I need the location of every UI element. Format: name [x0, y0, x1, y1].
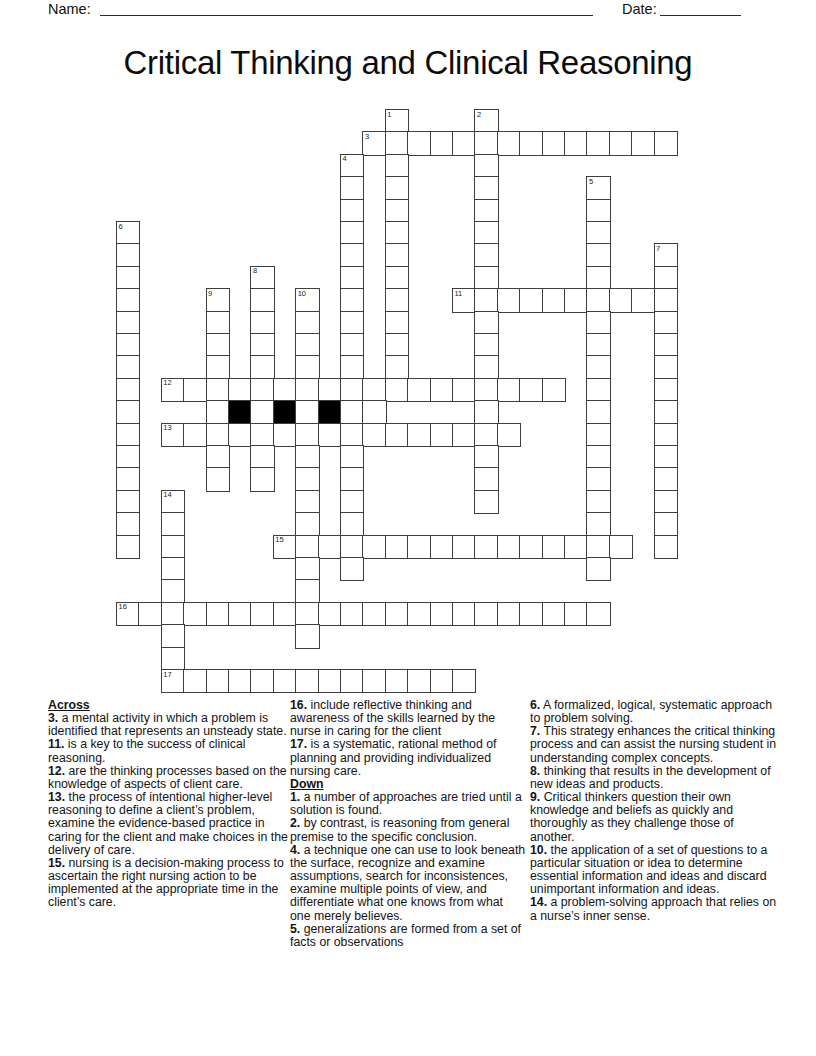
grid-cell-r22c17[interactable] [497, 602, 521, 626]
grid-cell-r1c16[interactable] [474, 131, 498, 155]
grid-cell-r17c8[interactable] [295, 490, 319, 514]
grid-cell-r0c16[interactable]: 2 [474, 109, 498, 133]
grid-cell-r17c10[interactable] [340, 490, 364, 514]
grid-cell-r7c16[interactable] [474, 266, 498, 290]
grid-cell-r8c16[interactable] [474, 288, 498, 312]
grid-cell-r18c8[interactable] [295, 512, 319, 536]
grid-cell-r12c4[interactable] [206, 378, 230, 402]
grid-cell-r1c15[interactable] [452, 131, 476, 155]
grid-cell-r19c21[interactable] [586, 535, 610, 559]
grid-cell-r16c21[interactable] [586, 467, 610, 491]
grid-cell-r1c18[interactable] [519, 131, 543, 155]
grid-cell-r15c6[interactable] [250, 445, 274, 469]
grid-cell-r5c16[interactable] [474, 221, 498, 245]
grid-cell-r14c8[interactable] [295, 423, 319, 447]
grid-cell-r10c0[interactable] [116, 333, 140, 357]
grid-cell-r15c21[interactable] [586, 445, 610, 469]
grid-cell-r1c24[interactable] [654, 131, 678, 155]
grid-cell-r10c21[interactable] [586, 333, 610, 357]
grid-cell-r10c10[interactable] [340, 333, 364, 357]
grid-cell-r14c16[interactable] [474, 423, 498, 447]
grid-cell-r12c2[interactable]: 12 [161, 378, 185, 402]
grid-cell-r11c6[interactable] [250, 355, 274, 379]
grid-cell-r22c16[interactable] [474, 602, 498, 626]
grid-cell-r8c6[interactable] [250, 288, 274, 312]
grid-cell-r12c10[interactable] [340, 378, 364, 402]
grid-cell-r12c3[interactable] [183, 378, 207, 402]
crossword-grid: 1234567891011121314151617 [117, 110, 678, 693]
grid-cell-r1c11[interactable]: 3 [362, 131, 386, 155]
grid-cell-r25c12[interactable] [385, 669, 409, 693]
clue-number-17: 17 [163, 671, 171, 679]
date-blank-line[interactable] [660, 1, 741, 16]
clue-number-14: 14 [163, 491, 171, 499]
grid-cell-r11c8[interactable] [295, 355, 319, 379]
clue-number-6: 6 [119, 223, 123, 231]
grid-cell-r16c8[interactable] [295, 467, 319, 491]
clue-number-3: 3 [365, 133, 369, 141]
grid-cell-r13c16[interactable] [474, 400, 498, 424]
grid-cell-r9c21[interactable] [586, 311, 610, 335]
grid-cell-r12c13[interactable] [407, 378, 431, 402]
clue-number-label-5: 5. [290, 922, 300, 936]
grid-cell-r7c21[interactable] [586, 266, 610, 290]
grid-cell-r14c15[interactable] [452, 423, 476, 447]
grid-cell-r9c24[interactable] [654, 311, 678, 335]
grid-cell-r8c10[interactable] [340, 288, 364, 312]
grid-cell-r4c16[interactable] [474, 199, 498, 223]
grid-cell-r8c19[interactable] [542, 288, 566, 312]
grid-cell-r0c12[interactable]: 1 [385, 109, 409, 133]
grid-cell-r14c21[interactable] [586, 423, 610, 447]
clue-number-label-4: 4. [290, 843, 300, 857]
grid-cell-r14c2[interactable]: 13 [161, 423, 185, 447]
clue-down-6: 6. A formalized, logical, systematic app… [530, 699, 778, 725]
grid-cell-r23c8[interactable] [295, 624, 319, 648]
grid-cell-r19c24[interactable] [654, 535, 678, 559]
grid-cell-r11c24[interactable] [654, 355, 678, 379]
grid-cell-r19c13[interactable] [407, 535, 431, 559]
grid-cell-r12c16[interactable] [474, 378, 498, 402]
grid-cell-r8c4[interactable]: 9 [206, 288, 230, 312]
clue-number-label-9: 9. [530, 790, 540, 804]
grid-cell-r9c16[interactable] [474, 311, 498, 335]
grid-cell-r11c0[interactable] [116, 355, 140, 379]
grid-cell-r19c14[interactable] [430, 535, 454, 559]
grid-cell-r25c6[interactable] [250, 669, 274, 693]
grid-cell-r16c16[interactable] [474, 467, 498, 491]
grid-cell-r10c4[interactable] [206, 333, 230, 357]
grid-cell-r22c13[interactable] [407, 602, 431, 626]
grid-cell-r14c10[interactable] [340, 423, 364, 447]
grid-cell-r8c24[interactable] [654, 288, 678, 312]
grid-cell-r12c9[interactable] [318, 378, 342, 402]
grid-cell-r25c8[interactable] [295, 669, 319, 693]
grid-cell-r22c4[interactable] [206, 602, 230, 626]
grid-cell-r20c10[interactable] [340, 557, 364, 581]
grid-cell-r22c5[interactable] [228, 602, 252, 626]
grid-cell-r1c21[interactable] [586, 131, 610, 155]
grid-cell-r5c0[interactable]: 6 [116, 221, 140, 245]
grid-cell-r14c4[interactable] [206, 423, 230, 447]
grid-cell-r22c7[interactable] [273, 602, 297, 626]
grid-cell-r7c12[interactable] [385, 266, 409, 290]
grid-cell-r8c18[interactable] [519, 288, 543, 312]
black-cell-r13c7 [273, 400, 297, 424]
grid-cell-r14c3[interactable] [183, 423, 207, 447]
grid-cell-r6c21[interactable] [586, 243, 610, 267]
grid-cell-r14c24[interactable] [654, 423, 678, 447]
grid-cell-r9c8[interactable] [295, 311, 319, 335]
grid-cell-r9c4[interactable] [206, 311, 230, 335]
grid-cell-r9c10[interactable] [340, 311, 364, 335]
grid-cell-r7c10[interactable] [340, 266, 364, 290]
grid-cell-r4c21[interactable] [586, 199, 610, 223]
clue-column-3: 6. A formalized, logical, systematic app… [530, 699, 778, 923]
grid-cell-r19c15[interactable] [452, 535, 476, 559]
grid-cell-r20c2[interactable] [161, 557, 185, 581]
grid-cell-r9c12[interactable] [385, 311, 409, 335]
grid-cell-r25c4[interactable] [206, 669, 230, 693]
grid-cell-r12c0[interactable] [116, 378, 140, 402]
grid-cell-r13c4[interactable] [206, 400, 230, 424]
clue-down-8: 8. thinking that results in the developm… [530, 765, 778, 791]
grid-cell-r16c0[interactable] [116, 467, 140, 491]
clue-number-label-13: 13. [48, 790, 65, 804]
grid-cell-r13c8[interactable] [295, 400, 319, 424]
grid-cell-r1c13[interactable] [407, 131, 431, 155]
grid-cell-r12c17[interactable] [497, 378, 521, 402]
grid-cell-r16c4[interactable] [206, 467, 230, 491]
grid-cell-r13c10[interactable] [340, 400, 364, 424]
grid-cell-r22c19[interactable] [542, 602, 566, 626]
grid-cell-r12c18[interactable] [519, 378, 543, 402]
grid-cell-r12c11[interactable] [362, 378, 386, 402]
grid-cell-r13c6[interactable] [250, 400, 274, 424]
name-blank-line[interactable] [100, 1, 593, 16]
grid-cell-r19c10[interactable] [340, 535, 364, 559]
clue-across-13: 13. the process of intentional higher-le… [48, 791, 288, 857]
worksheet-page: Name: Date: Critical Thinking and Clinic… [0, 0, 816, 1056]
grid-cell-r15c16[interactable] [474, 445, 498, 469]
grid-cell-r6c12[interactable] [385, 243, 409, 267]
grid-cell-r4c10[interactable] [340, 199, 364, 223]
clue-column-1: Across3. a mental activity in which a pr… [48, 699, 288, 910]
grid-cell-r1c12[interactable] [385, 131, 409, 155]
grid-cell-r19c9[interactable] [318, 535, 342, 559]
clue-across-15: 15. nursing is a decision-making process… [48, 857, 288, 910]
grid-cell-r14c14[interactable] [430, 423, 454, 447]
grid-cell-r18c24[interactable] [654, 512, 678, 536]
grid-cell-r1c17[interactable] [497, 131, 521, 155]
clue-down-4: 4. a technique one can use to look benea… [290, 844, 526, 923]
grid-cell-r9c6[interactable] [250, 311, 274, 335]
grid-cell-r2c12[interactable] [385, 154, 409, 178]
grid-cell-r11c12[interactable] [385, 355, 409, 379]
grid-cell-r14c6[interactable] [250, 423, 274, 447]
clue-across-16: 16. include reflective thinking and awar… [290, 699, 526, 738]
grid-cell-r10c16[interactable] [474, 333, 498, 357]
grid-cell-r6c16[interactable] [474, 243, 498, 267]
grid-cell-r1c23[interactable] [631, 131, 655, 155]
clue-down-10: 10. the application of a set of question… [530, 844, 778, 897]
clue-down-7: 7. This strategy enhances the critical t… [530, 725, 778, 764]
grid-cell-r22c3[interactable] [183, 602, 207, 626]
grid-cell-r25c7[interactable] [273, 669, 297, 693]
grid-cell-r13c24[interactable] [654, 400, 678, 424]
grid-cell-r17c2[interactable]: 14 [161, 490, 185, 514]
clue-across-3: 3. a mental activity in which a problem … [48, 712, 288, 738]
grid-cell-r23c2[interactable] [161, 624, 185, 648]
grid-cell-r3c21[interactable]: 5 [586, 176, 610, 200]
grid-cell-r14c5[interactable] [228, 423, 252, 447]
grid-cell-r19c17[interactable] [497, 535, 521, 559]
clue-down-5: 5. generalizations are formed from a set… [290, 923, 526, 949]
grid-cell-r22c8[interactable] [295, 602, 319, 626]
grid-cell-r19c11[interactable] [362, 535, 386, 559]
grid-cell-r16c10[interactable] [340, 467, 364, 491]
grid-cell-r18c0[interactable] [116, 512, 140, 536]
grid-cell-r25c10[interactable] [340, 669, 364, 693]
grid-cell-r5c10[interactable] [340, 221, 364, 245]
grid-cell-r19c16[interactable] [474, 535, 498, 559]
grid-cell-r25c2[interactable]: 17 [161, 669, 185, 693]
grid-cell-r25c3[interactable] [183, 669, 207, 693]
grid-cell-r17c16[interactable] [474, 490, 498, 514]
clue-number-9: 9 [208, 290, 212, 298]
grid-cell-r25c14[interactable] [430, 669, 454, 693]
grid-cell-r1c20[interactable] [564, 131, 588, 155]
clue-number-label-17: 17. [290, 737, 307, 751]
clue-down-9: 9. Critical thinkers question their own … [530, 791, 778, 844]
grid-cell-r2c10[interactable]: 4 [340, 154, 364, 178]
clue-number-7: 7 [656, 245, 660, 253]
puzzle-title: Critical Thinking and Clinical Reasoning [0, 44, 816, 82]
grid-cell-r10c6[interactable] [250, 333, 274, 357]
grid-cell-r25c5[interactable] [228, 669, 252, 693]
clue-number-1: 1 [387, 111, 391, 119]
grid-cell-r22c11[interactable] [362, 602, 386, 626]
clue-number-12: 12 [163, 379, 171, 387]
grid-cell-r22c12[interactable] [385, 602, 409, 626]
grid-cell-r12c7[interactable] [273, 378, 297, 402]
clue-number-4: 4 [343, 155, 347, 163]
clue-number-label-14: 14. [530, 895, 547, 909]
clue-number-label-1: 1. [290, 790, 300, 804]
grid-cell-r8c23[interactable] [631, 288, 655, 312]
clue-number-label-11: 11. [48, 737, 64, 751]
clue-across-12: 12. are the thinking processes based on … [48, 765, 288, 791]
grid-cell-r25c13[interactable] [407, 669, 431, 693]
grid-cell-r8c15[interactable]: 11 [452, 288, 476, 312]
grid-cell-r17c0[interactable] [116, 490, 140, 514]
grid-cell-r25c15[interactable] [452, 669, 476, 693]
grid-cell-r22c2[interactable] [161, 602, 185, 626]
clue-down-2: 2. by contrast, is reasoning from genera… [290, 817, 526, 843]
grid-cell-r20c8[interactable] [295, 557, 319, 581]
grid-cell-r8c21[interactable] [586, 288, 610, 312]
grid-cell-r7c0[interactable] [116, 266, 140, 290]
grid-cell-r10c8[interactable] [295, 333, 319, 357]
grid-cell-r15c0[interactable] [116, 445, 140, 469]
grid-cell-r7c6[interactable]: 8 [250, 266, 274, 290]
grid-cell-r12c6[interactable] [250, 378, 274, 402]
grid-cell-r22c18[interactable] [519, 602, 543, 626]
grid-cell-r22c9[interactable] [318, 602, 342, 626]
grid-cell-r1c14[interactable] [430, 131, 454, 155]
grid-cell-r15c4[interactable] [206, 445, 230, 469]
grid-cell-r19c2[interactable] [161, 535, 185, 559]
grid-cell-r16c6[interactable] [250, 467, 274, 491]
grid-cell-r8c8[interactable]: 10 [295, 288, 319, 312]
clue-across-11: 11. is a key to the success of clinical … [48, 738, 288, 764]
grid-cell-r11c21[interactable] [586, 355, 610, 379]
grid-cell-r15c24[interactable] [654, 445, 678, 469]
grid-cell-r22c10[interactable] [340, 602, 364, 626]
grid-cell-r22c6[interactable] [250, 602, 274, 626]
grid-cell-r3c10[interactable] [340, 176, 364, 200]
grid-cell-r19c8[interactable] [295, 535, 319, 559]
grid-cell-r12c21[interactable] [586, 378, 610, 402]
grid-cell-r11c16[interactable] [474, 355, 498, 379]
grid-cell-r9c0[interactable] [116, 311, 140, 335]
clue-number-label-3: 3. [48, 711, 58, 725]
grid-cell-r12c15[interactable] [452, 378, 476, 402]
clue-down-14: 14. a problem-solving approach that reli… [530, 896, 778, 922]
grid-cell-r19c22[interactable] [609, 535, 633, 559]
grid-cell-r14c0[interactable] [116, 423, 140, 447]
black-cell-r13c9 [318, 400, 342, 424]
grid-cell-r8c22[interactable] [609, 288, 633, 312]
grid-cell-r25c9[interactable] [318, 669, 342, 693]
clue-number-label-7: 7. [530, 724, 540, 738]
clue-down-1: 1. a number of approaches are tried unti… [290, 791, 526, 817]
grid-cell-r22c20[interactable] [564, 602, 588, 626]
grid-cell-r19c12[interactable] [385, 535, 409, 559]
grid-cell-r13c21[interactable] [586, 400, 610, 424]
grid-cell-r8c17[interactable] [497, 288, 521, 312]
grid-cell-r19c18[interactable] [519, 535, 543, 559]
clue-number-2: 2 [477, 111, 481, 119]
grid-cell-r6c0[interactable] [116, 243, 140, 267]
grid-cell-r1c22[interactable] [609, 131, 633, 155]
black-cell-r13c5 [228, 400, 252, 424]
grid-cell-r8c0[interactable] [116, 288, 140, 312]
grid-cell-r22c1[interactable] [138, 602, 162, 626]
grid-cell-r4c12[interactable] [385, 199, 409, 223]
grid-cell-r12c14[interactable] [430, 378, 454, 402]
grid-cell-r13c11[interactable] [362, 400, 386, 424]
grid-cell-r12c5[interactable] [228, 378, 252, 402]
grid-cell-r2c16[interactable] [474, 154, 498, 178]
clue-number-label-15: 15. [48, 856, 65, 870]
grid-cell-r21c8[interactable] [295, 579, 319, 603]
grid-cell-r17c24[interactable] [654, 490, 678, 514]
clue-column-2: 16. include reflective thinking and awar… [290, 699, 526, 949]
grid-cell-r22c0[interactable]: 16 [116, 602, 140, 626]
grid-cell-r14c13[interactable] [407, 423, 431, 447]
grid-cell-r20c21[interactable] [586, 557, 610, 581]
grid-cell-r19c20[interactable] [564, 535, 588, 559]
grid-cell-r19c7[interactable]: 15 [273, 535, 297, 559]
grid-cell-r3c12[interactable] [385, 176, 409, 200]
grid-cell-r18c21[interactable] [586, 512, 610, 536]
grid-cell-r10c24[interactable] [654, 333, 678, 357]
grid-cell-r19c19[interactable] [542, 535, 566, 559]
clue-number-8: 8 [253, 267, 257, 275]
grid-cell-r12c24[interactable] [654, 378, 678, 402]
grid-cell-r19c0[interactable] [116, 535, 140, 559]
clue-number-15: 15 [275, 536, 283, 544]
grid-cell-r17c21[interactable] [586, 490, 610, 514]
clue-number-label-10: 10. [530, 843, 547, 857]
clue-number-label-8: 8. [530, 764, 540, 778]
clue-number-16: 16 [119, 603, 127, 611]
grid-cell-r18c10[interactable] [340, 512, 364, 536]
grid-cell-r15c8[interactable] [295, 445, 319, 469]
grid-cell-r7c24[interactable] [654, 266, 678, 290]
grid-cell-r5c12[interactable] [385, 221, 409, 245]
name-label: Name: [48, 1, 91, 17]
grid-cell-r14c12[interactable] [385, 423, 409, 447]
clue-number-11: 11 [455, 290, 463, 298]
grid-cell-r18c2[interactable] [161, 512, 185, 536]
grid-cell-r22c15[interactable] [452, 602, 476, 626]
grid-cell-r22c14[interactable] [430, 602, 454, 626]
grid-cell-r12c8[interactable] [295, 378, 319, 402]
grid-cell-r14c17[interactable] [497, 423, 521, 447]
grid-cell-r12c12[interactable] [385, 378, 409, 402]
grid-cell-r14c7[interactable] [273, 423, 297, 447]
grid-cell-r3c16[interactable] [474, 176, 498, 200]
grid-cell-r21c2[interactable] [161, 579, 185, 603]
grid-cell-r25c11[interactable] [362, 669, 386, 693]
grid-cell-r12c19[interactable] [542, 378, 566, 402]
grid-cell-r14c9[interactable] [318, 423, 342, 447]
grid-cell-r14c11[interactable] [362, 423, 386, 447]
grid-cell-r11c10[interactable] [340, 355, 364, 379]
clue-number-label-16: 16. [290, 698, 307, 712]
clue-number-label-2: 2. [290, 816, 300, 830]
grid-cell-r6c24[interactable]: 7 [654, 243, 678, 267]
grid-cell-r10c12[interactable] [385, 333, 409, 357]
grid-cell-r8c20[interactable] [564, 288, 588, 312]
grid-cell-r16c24[interactable] [654, 467, 678, 491]
clue-number-label-6: 6. [530, 698, 540, 712]
clue-number-10: 10 [298, 290, 306, 298]
grid-cell-r24c2[interactable] [161, 647, 185, 671]
date-label: Date: [622, 1, 657, 17]
grid-cell-r22c21[interactable] [586, 602, 610, 626]
clue-number-5: 5 [589, 178, 593, 186]
grid-cell-r1c19[interactable] [542, 131, 566, 155]
clue-number-label-12: 12. [48, 764, 65, 778]
clue-across-17: 17. is a systematic, rational method of … [290, 738, 526, 777]
grid-cell-r13c0[interactable] [116, 400, 140, 424]
grid-cell-r11c4[interactable] [206, 355, 230, 379]
grid-cell-r6c10[interactable] [340, 243, 364, 267]
grid-cell-r8c12[interactable] [385, 288, 409, 312]
grid-cell-r15c10[interactable] [340, 445, 364, 469]
grid-cell-r5c21[interactable] [586, 221, 610, 245]
clue-number-13: 13 [163, 424, 171, 432]
